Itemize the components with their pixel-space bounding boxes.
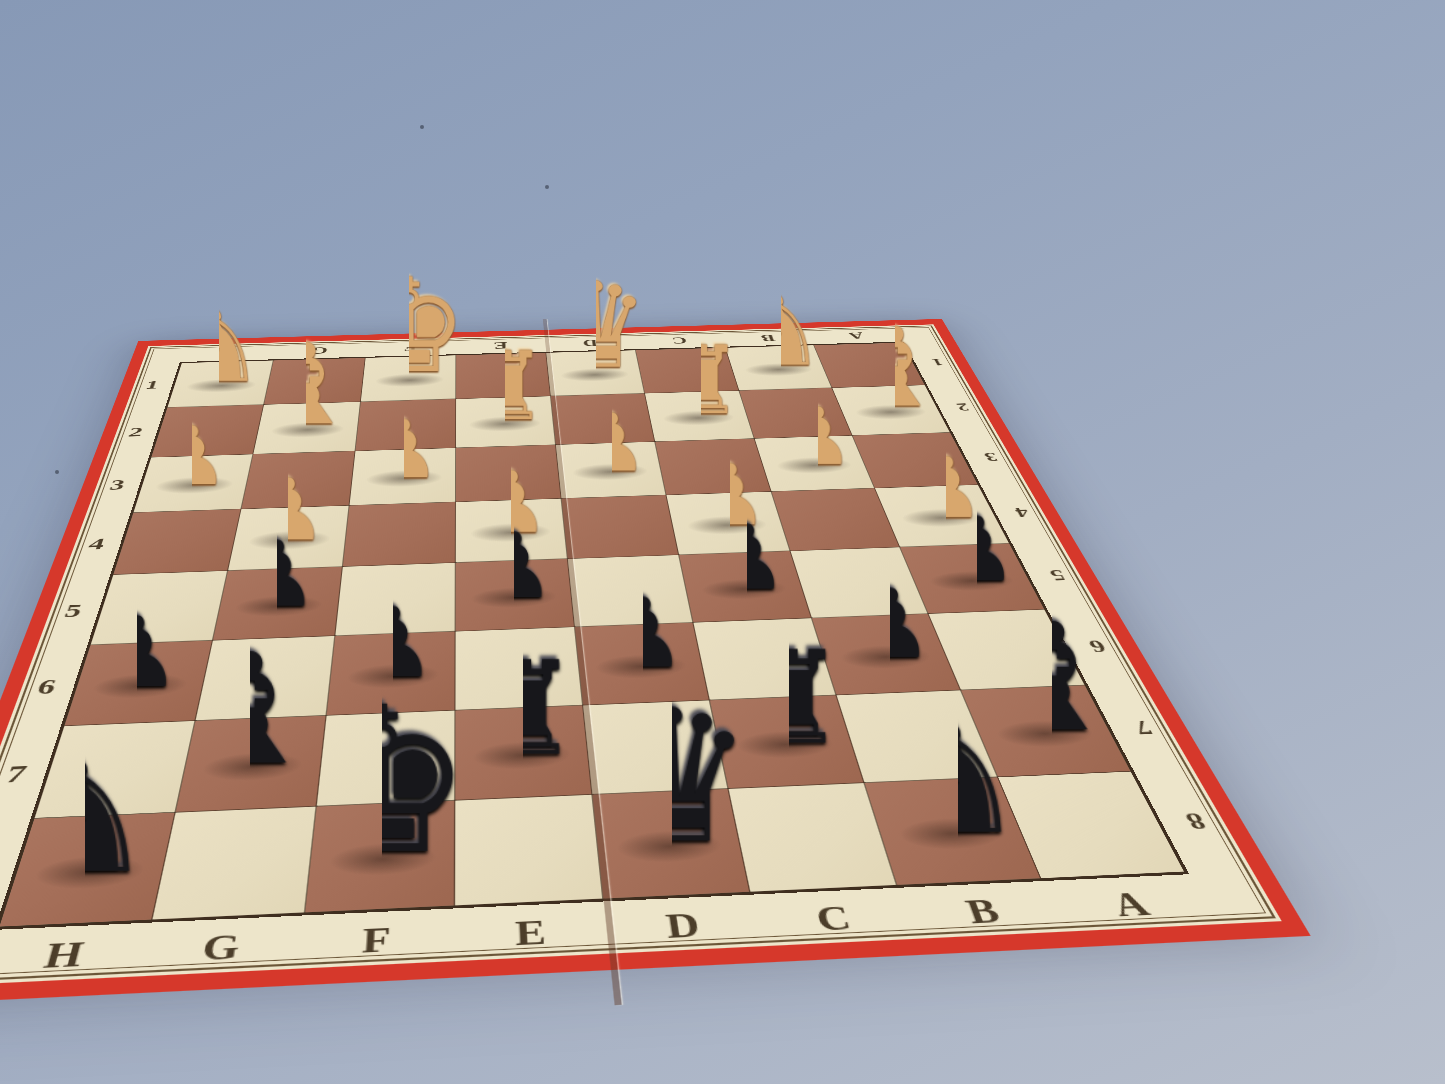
dust-speck (420, 125, 424, 129)
coordinate-label-g: G (273, 340, 366, 357)
square-b8[interactable]: ♞ (864, 777, 1041, 885)
black-knight-glyph: ♞ (830, 708, 1086, 851)
chess-board-3d-wrapper: HGFEDCBA HGFEDCBA 12345678 12345678 ♞♚♛♞… (0, 319, 1311, 1006)
dust-speck (55, 470, 59, 474)
square-d8[interactable]: ♛ (593, 789, 751, 899)
chess-board: HGFEDCBA HGFEDCBA 12345678 12345678 ♞♚♛♞… (0, 319, 1311, 1006)
coordinate-label-h: H (181, 342, 276, 359)
square-f8[interactable]: ♚ (305, 800, 455, 912)
coordinate-label-3: 3 (969, 449, 1012, 464)
photo-backdrop: HGFEDCBA HGFEDCBA 12345678 12345678 ♞♚♛♞… (0, 0, 1445, 1084)
coordinate-label-g: G (138, 924, 301, 974)
black-queen-glyph: ♛ (543, 690, 801, 864)
black-king-glyph: ♚ (251, 686, 511, 878)
board-grid: ♞♚♛♞♝♜♜♝♟♟♟♟♟♟♟♟♟♟♟♟♟♟♟♟♝♜♜♝♞♚♛♞ (0, 342, 1189, 930)
coordinate-label-c: C (633, 330, 725, 347)
coordinate-label-f: F (297, 917, 454, 967)
coordinate-label-b: B (721, 328, 814, 345)
square-h8[interactable]: ♞ (0, 812, 176, 926)
dust-speck (545, 185, 549, 189)
black-knight-glyph: ♞ (0, 744, 217, 891)
coordinate-label-1: 1 (918, 356, 956, 368)
coordinate-label-a: A (808, 325, 902, 342)
coordinate-label-4: 4 (73, 533, 120, 553)
coordinate-label-e: E (455, 335, 546, 352)
coordinate-label-f: F (364, 338, 455, 355)
coordinate-label-2: 2 (942, 400, 983, 414)
coordinate-label-d: D (544, 333, 635, 350)
